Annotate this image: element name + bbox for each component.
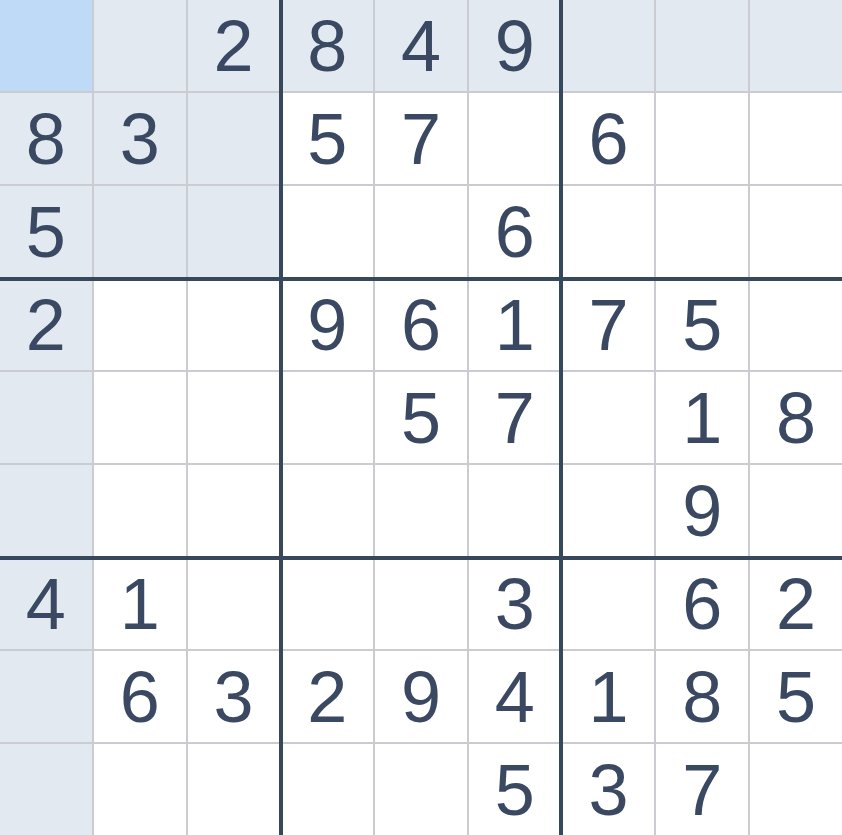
cell-r4c9[interactable] xyxy=(750,279,842,370)
cell-r7c6[interactable]: 3 xyxy=(469,558,561,649)
cell-r7c4[interactable] xyxy=(281,558,373,649)
cell-r1c7[interactable] xyxy=(563,0,655,91)
cell-r1c8[interactable] xyxy=(656,0,748,91)
cell-r9c2[interactable] xyxy=(94,744,186,835)
cell-r6c5[interactable] xyxy=(375,465,467,556)
cell-r1c1[interactable] xyxy=(0,0,92,91)
cell-r9c6[interactable]: 5 xyxy=(469,744,561,835)
cell-r8c6[interactable]: 4 xyxy=(469,651,561,742)
cell-r8c2[interactable]: 6 xyxy=(94,651,186,742)
cell-r5c4[interactable] xyxy=(281,372,373,463)
cell-r3c7[interactable] xyxy=(563,186,655,277)
cell-r5c9[interactable]: 8 xyxy=(750,372,842,463)
cell-r3c6[interactable]: 6 xyxy=(469,186,561,277)
cell-r3c9[interactable] xyxy=(750,186,842,277)
cell-r8c9[interactable]: 5 xyxy=(750,651,842,742)
cell-r7c8[interactable]: 6 xyxy=(656,558,748,649)
cell-r2c4[interactable]: 5 xyxy=(281,93,373,184)
cell-r8c1[interactable] xyxy=(0,651,92,742)
cell-r1c5[interactable]: 4 xyxy=(375,0,467,91)
cell-r6c7[interactable] xyxy=(563,465,655,556)
cell-r5c5[interactable]: 5 xyxy=(375,372,467,463)
cell-r3c4[interactable] xyxy=(281,186,373,277)
cell-r1c4[interactable]: 8 xyxy=(281,0,373,91)
cell-r5c6[interactable]: 7 xyxy=(469,372,561,463)
cell-r3c5[interactable] xyxy=(375,186,467,277)
cell-r1c3[interactable]: 2 xyxy=(188,0,280,91)
cell-r8c8[interactable]: 8 xyxy=(656,651,748,742)
cell-r5c3[interactable] xyxy=(188,372,280,463)
cell-r6c1[interactable] xyxy=(0,465,92,556)
cell-r4c5[interactable]: 6 xyxy=(375,279,467,370)
cell-r5c2[interactable] xyxy=(94,372,186,463)
cell-r8c3[interactable]: 3 xyxy=(188,651,280,742)
cell-r9c7[interactable]: 3 xyxy=(563,744,655,835)
cell-r6c3[interactable] xyxy=(188,465,280,556)
cell-r6c4[interactable] xyxy=(281,465,373,556)
cell-r1c6[interactable]: 9 xyxy=(469,0,561,91)
cell-r9c3[interactable] xyxy=(188,744,280,835)
cell-r5c8[interactable]: 1 xyxy=(656,372,748,463)
cell-r2c1[interactable]: 8 xyxy=(0,93,92,184)
cell-r2c5[interactable]: 7 xyxy=(375,93,467,184)
cell-r2c2[interactable]: 3 xyxy=(94,93,186,184)
cell-r6c9[interactable] xyxy=(750,465,842,556)
cell-r4c6[interactable]: 1 xyxy=(469,279,561,370)
cell-r5c7[interactable] xyxy=(563,372,655,463)
cell-r5c1[interactable] xyxy=(0,372,92,463)
sudoku-app: 28498357656296175571894136263294185537 xyxy=(0,0,842,835)
cell-r3c2[interactable] xyxy=(94,186,186,277)
cell-r2c8[interactable] xyxy=(656,93,748,184)
cell-r3c3[interactable] xyxy=(188,186,280,277)
cell-r8c5[interactable]: 9 xyxy=(375,651,467,742)
cell-r7c9[interactable]: 2 xyxy=(750,558,842,649)
cell-r4c8[interactable]: 5 xyxy=(656,279,748,370)
cell-r9c4[interactable] xyxy=(281,744,373,835)
cell-r3c1[interactable]: 5 xyxy=(0,186,92,277)
cell-r7c7[interactable] xyxy=(563,558,655,649)
sudoku-board: 28498357656296175571894136263294185537 xyxy=(0,0,842,835)
cell-r2c7[interactable]: 6 xyxy=(563,93,655,184)
cell-r6c8[interactable]: 9 xyxy=(656,465,748,556)
cell-r1c2[interactable] xyxy=(94,0,186,91)
cell-r4c7[interactable]: 7 xyxy=(563,279,655,370)
cell-r7c2[interactable]: 1 xyxy=(94,558,186,649)
cell-r7c3[interactable] xyxy=(188,558,280,649)
cell-r9c9[interactable] xyxy=(750,744,842,835)
cell-r8c4[interactable]: 2 xyxy=(281,651,373,742)
cell-r4c1[interactable]: 2 xyxy=(0,279,92,370)
cell-r2c3[interactable] xyxy=(188,93,280,184)
cell-r8c7[interactable]: 1 xyxy=(563,651,655,742)
cell-r2c9[interactable] xyxy=(750,93,842,184)
cell-r4c2[interactable] xyxy=(94,279,186,370)
cell-r9c8[interactable]: 7 xyxy=(656,744,748,835)
cell-r7c1[interactable]: 4 xyxy=(0,558,92,649)
cell-r6c6[interactable] xyxy=(469,465,561,556)
cell-r7c5[interactable] xyxy=(375,558,467,649)
cell-r4c3[interactable] xyxy=(188,279,280,370)
cell-r6c2[interactable] xyxy=(94,465,186,556)
cell-r2c6[interactable] xyxy=(469,93,561,184)
cell-r4c4[interactable]: 9 xyxy=(281,279,373,370)
cell-r9c5[interactable] xyxy=(375,744,467,835)
cell-r3c8[interactable] xyxy=(656,186,748,277)
cell-r9c1[interactable] xyxy=(0,744,92,835)
cell-r1c9[interactable] xyxy=(750,0,842,91)
